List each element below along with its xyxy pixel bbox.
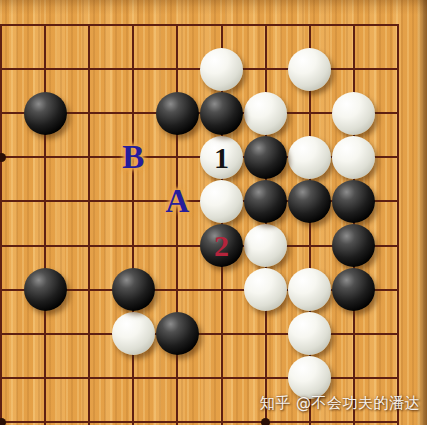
grid-line-horizontal	[0, 377, 399, 379]
letter-label: A	[155, 181, 199, 221]
star-point	[0, 418, 6, 425]
grid-line-vertical	[44, 24, 46, 425]
star-point	[261, 418, 270, 425]
stone-black	[244, 180, 287, 223]
stone-white	[244, 268, 287, 311]
stone-black: 2	[200, 224, 243, 267]
stone-black	[156, 312, 199, 355]
stone-black	[332, 268, 375, 311]
stone-white	[200, 180, 243, 223]
stone-black	[200, 92, 243, 135]
stone-white	[288, 136, 331, 179]
stone-white	[244, 224, 287, 267]
stone-white	[244, 92, 287, 135]
grid-line-horizontal	[0, 421, 399, 423]
stone-black	[24, 92, 67, 135]
grid-line-horizontal	[0, 333, 399, 335]
stone-white	[112, 312, 155, 355]
go-diagram: 12BA 知乎 @不会功夫的潘达	[0, 0, 427, 425]
stone-white	[288, 48, 331, 91]
stone-black	[244, 136, 287, 179]
star-point	[0, 153, 6, 162]
stone-black	[332, 180, 375, 223]
stone-white: 1	[200, 136, 243, 179]
move-number-label: 1	[214, 136, 229, 179]
stone-black	[156, 92, 199, 135]
stone-black	[24, 268, 67, 311]
grid-line-vertical	[397, 24, 399, 425]
grid-line-vertical	[176, 24, 178, 425]
grid-line-vertical	[132, 24, 134, 425]
watermark-text: 知乎 @不会功夫的潘达	[260, 394, 420, 413]
stone-black	[332, 224, 375, 267]
stone-black	[112, 268, 155, 311]
move-number-label: 2	[214, 224, 229, 267]
stone-black	[288, 180, 331, 223]
stone-white	[332, 92, 375, 135]
grid-line-vertical	[0, 24, 2, 425]
stone-white	[200, 48, 243, 91]
grid-line-horizontal	[0, 24, 399, 26]
stone-white	[332, 136, 375, 179]
stone-white	[288, 268, 331, 311]
go-board: 12BA	[0, 0, 427, 425]
stone-white	[288, 356, 331, 399]
grid-line-vertical	[88, 24, 90, 425]
letter-label: B	[111, 137, 155, 177]
stone-white	[288, 312, 331, 355]
